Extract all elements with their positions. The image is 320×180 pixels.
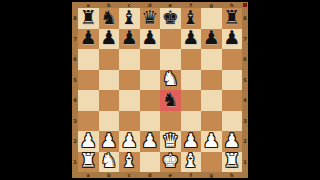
square-a7[interactable]: ♟ xyxy=(78,29,99,50)
square-a5[interactable] xyxy=(78,70,99,91)
square-h5[interactable] xyxy=(222,70,243,91)
square-a3[interactable] xyxy=(78,111,99,132)
coord-label: 7 xyxy=(242,29,248,50)
square-d6[interactable] xyxy=(140,49,161,70)
piece-white-bishop: ♝ xyxy=(121,152,138,171)
piece-black-bishop: ♝ xyxy=(121,8,138,27)
square-e6[interactable] xyxy=(160,49,181,70)
square-b6[interactable] xyxy=(99,49,120,70)
square-a8[interactable]: ♜ xyxy=(78,8,99,29)
square-d5[interactable] xyxy=(140,70,161,91)
piece-black-pawn: ♟ xyxy=(203,29,220,48)
coord-label: e xyxy=(160,172,181,178)
square-b4[interactable] xyxy=(99,90,120,111)
square-g7[interactable]: ♟ xyxy=(201,29,222,50)
square-d2[interactable]: ♟ xyxy=(140,131,161,152)
square-b1[interactable]: ♞ xyxy=(99,152,120,173)
square-b8[interactable]: ♞ xyxy=(99,8,120,29)
coord-label: 6 xyxy=(242,49,248,70)
coord-label: 5 xyxy=(242,70,248,91)
square-h7[interactable]: ♟ xyxy=(222,29,243,50)
coord-label: c xyxy=(119,172,140,178)
board-squares: ♜♞♝♛♚♝♜♟♟♟♟♟♟♟♞♞♟♟♟♟♛♟♟♟♜♞♝♚♝♜ xyxy=(78,8,242,172)
piece-black-pawn: ♟ xyxy=(223,29,240,48)
rank-labels-right: 87654321 xyxy=(242,8,248,172)
chess-board: abcdefgh abcdefgh 87654321 87654321 ♜♞♝♛… xyxy=(72,2,248,178)
piece-white-queen: ♛ xyxy=(162,131,179,150)
square-e8[interactable]: ♚ xyxy=(160,8,181,29)
piece-black-knight: ♞ xyxy=(162,90,179,109)
piece-white-knight: ♞ xyxy=(162,70,179,89)
square-e1[interactable]: ♚ xyxy=(160,152,181,173)
square-d7[interactable]: ♟ xyxy=(140,29,161,50)
square-c1[interactable]: ♝ xyxy=(119,152,140,173)
square-d1[interactable] xyxy=(140,152,161,173)
piece-white-pawn: ♟ xyxy=(223,131,240,150)
square-b2[interactable]: ♟ xyxy=(99,131,120,152)
square-d8[interactable]: ♛ xyxy=(140,8,161,29)
piece-black-queen: ♛ xyxy=(141,8,158,27)
piece-black-rook: ♜ xyxy=(80,8,97,27)
square-h8[interactable]: ♜ xyxy=(222,8,243,29)
piece-white-rook: ♜ xyxy=(80,152,97,171)
coord-label: 2 xyxy=(242,131,248,152)
file-labels-bottom: abcdefgh xyxy=(78,172,242,178)
square-h6[interactable] xyxy=(222,49,243,70)
square-h2[interactable]: ♟ xyxy=(222,131,243,152)
piece-black-pawn: ♟ xyxy=(80,29,97,48)
square-f1[interactable]: ♝ xyxy=(181,152,202,173)
square-a4[interactable] xyxy=(78,90,99,111)
piece-black-pawn: ♟ xyxy=(100,29,117,48)
square-e3[interactable] xyxy=(160,111,181,132)
coord-label: 1 xyxy=(242,152,248,173)
piece-white-rook: ♜ xyxy=(223,152,240,171)
coord-label: 3 xyxy=(242,111,248,132)
coord-label: g xyxy=(201,172,222,178)
coord-label: a xyxy=(78,172,99,178)
piece-white-knight: ♞ xyxy=(100,152,117,171)
piece-white-pawn: ♟ xyxy=(100,131,117,150)
square-g4[interactable] xyxy=(201,90,222,111)
piece-black-king: ♚ xyxy=(162,8,179,27)
piece-white-king: ♚ xyxy=(162,152,179,171)
square-b7[interactable]: ♟ xyxy=(99,29,120,50)
square-g2[interactable]: ♟ xyxy=(201,131,222,152)
square-h4[interactable] xyxy=(222,90,243,111)
piece-white-pawn: ♟ xyxy=(182,131,199,150)
square-g5[interactable] xyxy=(201,70,222,91)
square-c2[interactable]: ♟ xyxy=(119,131,140,152)
coord-label: 8 xyxy=(242,8,248,29)
coord-label: h xyxy=(222,172,243,178)
piece-white-pawn: ♟ xyxy=(80,131,97,150)
square-h3[interactable] xyxy=(222,111,243,132)
piece-white-pawn: ♟ xyxy=(203,131,220,150)
square-g1[interactable] xyxy=(201,152,222,173)
square-c8[interactable]: ♝ xyxy=(119,8,140,29)
piece-black-bishop: ♝ xyxy=(182,8,199,27)
coord-label: b xyxy=(99,172,120,178)
piece-black-pawn: ♟ xyxy=(182,29,199,48)
square-e7[interactable] xyxy=(160,29,181,50)
square-a6[interactable] xyxy=(78,49,99,70)
square-b5[interactable] xyxy=(99,70,120,91)
square-f4[interactable] xyxy=(181,90,202,111)
square-e5[interactable]: ♞ xyxy=(160,70,181,91)
coord-label: d xyxy=(140,172,161,178)
square-c6[interactable] xyxy=(119,49,140,70)
square-c4[interactable] xyxy=(119,90,140,111)
square-g6[interactable] xyxy=(201,49,222,70)
square-f8[interactable]: ♝ xyxy=(181,8,202,29)
square-c7[interactable]: ♟ xyxy=(119,29,140,50)
piece-black-rook: ♜ xyxy=(223,8,240,27)
square-f7[interactable]: ♟ xyxy=(181,29,202,50)
square-f3[interactable] xyxy=(181,111,202,132)
square-h1[interactable]: ♜ xyxy=(222,152,243,173)
move-indicator xyxy=(243,3,247,7)
square-e4[interactable]: ♞ xyxy=(160,90,181,111)
piece-black-knight: ♞ xyxy=(100,8,117,27)
piece-black-pawn: ♟ xyxy=(121,29,138,48)
square-d3[interactable] xyxy=(140,111,161,132)
square-f5[interactable] xyxy=(181,70,202,91)
square-c5[interactable] xyxy=(119,70,140,91)
square-g8[interactable] xyxy=(201,8,222,29)
piece-white-pawn: ♟ xyxy=(121,131,138,150)
piece-white-pawn: ♟ xyxy=(141,131,158,150)
square-d4[interactable] xyxy=(140,90,161,111)
coord-label: 4 xyxy=(242,90,248,111)
square-b3[interactable] xyxy=(99,111,120,132)
square-f6[interactable] xyxy=(181,49,202,70)
video-frame: abcdefgh abcdefgh 87654321 87654321 ♜♞♝♛… xyxy=(0,0,320,180)
piece-white-bishop: ♝ xyxy=(182,152,199,171)
square-f2[interactable]: ♟ xyxy=(181,131,202,152)
square-c3[interactable] xyxy=(119,111,140,132)
piece-black-pawn: ♟ xyxy=(141,29,158,48)
square-a2[interactable]: ♟ xyxy=(78,131,99,152)
square-e2[interactable]: ♛ xyxy=(160,131,181,152)
square-a1[interactable]: ♜ xyxy=(78,152,99,173)
coord-label: f xyxy=(181,172,202,178)
square-g3[interactable] xyxy=(201,111,222,132)
